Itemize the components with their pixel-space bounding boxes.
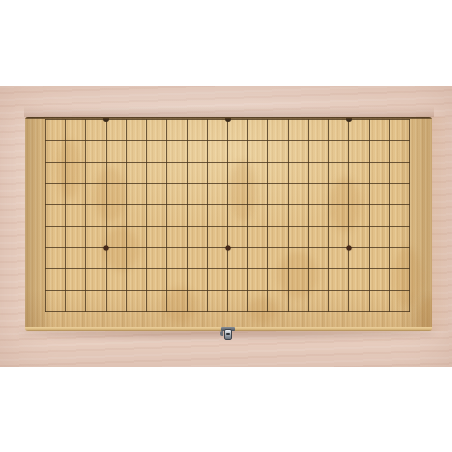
grid-line-vertical — [288, 119, 289, 312]
grid-line-vertical — [45, 119, 46, 312]
bamboo-grain-patch — [418, 297, 432, 331]
grid-line-vertical — [187, 119, 188, 312]
grid-line-vertical — [247, 119, 248, 312]
star-point — [346, 245, 351, 250]
go-board-box — [25, 117, 432, 331]
grid-line-horizontal — [45, 183, 410, 184]
grid-line-horizontal — [45, 140, 410, 141]
fold-edge-shadow — [24, 106, 434, 117]
grid-line-vertical — [85, 119, 86, 312]
clasp-slot — [226, 333, 230, 335]
board-top-face — [25, 117, 432, 327]
product-photo-page: { "game": "go", "board": { "description"… — [0, 0, 452, 452]
grid-line-vertical — [308, 119, 309, 312]
grid-line-vertical — [166, 119, 167, 312]
grid-line-horizontal — [45, 268, 410, 269]
grid-line-vertical — [207, 119, 208, 312]
fold-seam — [25, 117, 432, 119]
grid-line-horizontal — [45, 204, 410, 205]
grid-line-vertical — [409, 119, 410, 312]
grid-line-vertical — [348, 119, 349, 312]
grid-line-vertical — [146, 119, 147, 312]
grid-line-vertical — [106, 119, 107, 312]
grid-line-horizontal — [45, 311, 410, 312]
grid-line-vertical — [65, 119, 66, 312]
grid-line-vertical — [227, 119, 228, 312]
table-photo — [0, 86, 452, 367]
grid-line-horizontal — [45, 162, 410, 163]
clasp-hook — [220, 331, 223, 336]
grid-line-vertical — [328, 119, 329, 312]
star-point — [225, 245, 230, 250]
star-point — [104, 245, 109, 250]
metal-clasp — [220, 325, 237, 342]
grid-line-horizontal — [45, 290, 410, 291]
go-board-grid — [45, 119, 410, 312]
right-side-shade — [430, 117, 452, 331]
grid-line-horizontal — [45, 226, 410, 227]
grid-line-vertical — [369, 119, 370, 312]
grid-line-vertical — [267, 119, 268, 312]
grid-line-vertical — [126, 119, 127, 312]
grid-line-vertical — [389, 119, 390, 312]
